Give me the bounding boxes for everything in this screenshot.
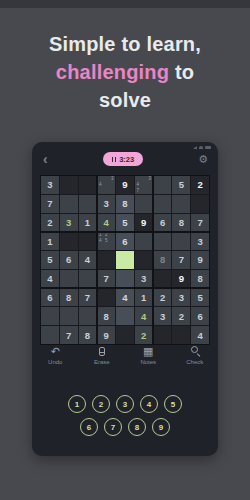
sudoku-cell-r1c9[interactable]: 2 [191, 176, 209, 194]
check-button[interactable]: Check [180, 345, 210, 365]
sudoku-cell-r2c1[interactable]: 7 [41, 195, 59, 213]
sudoku-cell-r5c5[interactable] [116, 251, 134, 269]
sudoku-cell-r5c1[interactable]: 5 [41, 251, 59, 269]
sudoku-cell-r9c3[interactable]: 8 [79, 326, 97, 344]
pencil-marks: 1245 [97, 232, 115, 250]
sudoku-cell-r9c6[interactable]: 2 [135, 326, 153, 344]
sudoku-cell-r2c2[interactable] [60, 195, 78, 213]
heading-after: to [169, 61, 194, 83]
sudoku-cell-r5c3[interactable]: 4 [79, 251, 97, 269]
sudoku-cell-r3c1[interactable]: 2 [41, 214, 59, 232]
numpad-button-7[interactable]: 7 [104, 418, 122, 436]
sudoku-cell-r3c8[interactable]: 8 [172, 214, 190, 232]
numpad-button-8[interactable]: 8 [128, 418, 146, 436]
sudoku-cell-r2c4[interactable]: 3 [97, 195, 115, 213]
sudoku-cell-r4c8[interactable] [172, 232, 190, 250]
sudoku-cell-r7c6[interactable]: 1 [135, 289, 153, 307]
sudoku-cell-r5c8[interactable]: 7 [172, 251, 190, 269]
sudoku-cell-r8c8[interactable]: 2 [172, 307, 190, 325]
sudoku-cell-r6c2[interactable] [60, 270, 78, 288]
sudoku-cell-r3c4[interactable]: 4 [97, 214, 115, 232]
sudoku-cell-r6c7[interactable] [154, 270, 172, 288]
magnifier-icon [189, 345, 201, 357]
top-bar [0, 0, 250, 8]
sudoku-cell-r1c1[interactable]: 3 [41, 176, 59, 194]
sudoku-cell-r8c3[interactable] [79, 307, 97, 325]
numpad-button-9[interactable]: 9 [152, 418, 170, 436]
sudoku-cell-r1c2[interactable] [60, 176, 78, 194]
sudoku-cell-r4c6[interactable] [135, 232, 153, 250]
sudoku-cell-r6c8[interactable]: 9 [172, 270, 190, 288]
sudoku-cell-r1c7[interactable] [154, 176, 172, 194]
sudoku-cell-r5c7[interactable]: 8 [154, 251, 172, 269]
sudoku-cell-r2c5[interactable]: 8 [116, 195, 134, 213]
sudoku-cell-r2c9[interactable] [191, 195, 209, 213]
sudoku-cell-r4c9[interactable]: 3 [191, 232, 209, 250]
sudoku-cell-r5c2[interactable]: 6 [60, 251, 78, 269]
sudoku-cell-r1c3[interactable] [79, 176, 97, 194]
sudoku-cell-r8c7[interactable]: 3 [154, 307, 172, 325]
sudoku-cell-r7c7[interactable]: 2 [154, 289, 172, 307]
sudoku-cell-r3c6[interactable]: 9 [135, 214, 153, 232]
phone-mockup: ‹ 3:23 ⚙ 3349347527382314596871124563564… [32, 142, 218, 456]
sudoku-cell-r4c1[interactable]: 1 [41, 232, 59, 250]
sudoku-cell-r2c6[interactable] [135, 195, 153, 213]
sudoku-cell-r4c5[interactable]: 6 [116, 232, 134, 250]
sudoku-cell-r8c1[interactable] [41, 307, 59, 325]
numpad-button-4[interactable]: 4 [140, 395, 158, 413]
sudoku-cell-r3c2[interactable]: 3 [60, 214, 78, 232]
numpad-row-2: 6789 [32, 418, 218, 436]
timer-value: 3:23 [119, 155, 134, 164]
sudoku-board: 3349347527382314596871124563564879473986… [40, 175, 210, 345]
heading-highlight: challenging [56, 61, 169, 83]
sudoku-cell-r1c5[interactable]: 9 [116, 176, 134, 194]
sudoku-cell-r4c2[interactable] [60, 232, 78, 250]
timer-pause-pill[interactable]: 3:23 [103, 152, 144, 166]
notes-button[interactable]: ▦ Notes [133, 345, 163, 365]
sudoku-cell-r7c3[interactable]: 7 [79, 289, 97, 307]
numpad-button-3[interactable]: 3 [116, 395, 134, 413]
toolbar: ↶ Undo Erase ▦ Notes Check [32, 345, 218, 365]
sudoku-cell-r8c5[interactable] [116, 307, 134, 325]
sudoku-cell-r5c9[interactable]: 9 [191, 251, 209, 269]
sudoku-cell-r6c6[interactable]: 3 [135, 270, 153, 288]
sudoku-cell-r1c8[interactable]: 5 [172, 176, 190, 194]
sudoku-cell-r9c2[interactable]: 7 [60, 326, 78, 344]
sudoku-cell-r5c4[interactable] [97, 251, 115, 269]
page-title: Simple to learn, challenging to solve [0, 30, 250, 114]
sudoku-cell-r2c8[interactable] [172, 195, 190, 213]
sudoku-cell-r9c4[interactable]: 9 [97, 326, 115, 344]
sudoku-cell-r4c3[interactable] [79, 232, 97, 250]
sudoku-cell-r6c5[interactable] [116, 270, 134, 288]
sudoku-cell-r8c4[interactable]: 8 [97, 307, 115, 325]
back-icon[interactable]: ‹ [43, 152, 48, 166]
sudoku-cell-r6c4[interactable]: 7 [97, 270, 115, 288]
numpad-button-1[interactable]: 1 [68, 395, 86, 413]
sudoku-cell-r2c7[interactable] [154, 195, 172, 213]
sudoku-cell-r3c3[interactable]: 1 [79, 214, 97, 232]
heading-line1: Simple to learn, [49, 33, 201, 55]
heading-line2: solve [99, 89, 151, 111]
notes-grid-icon: ▦ [143, 345, 153, 357]
sudoku-cell-r1c4[interactable]: 34 [97, 176, 115, 194]
sudoku-cell-r9c5[interactable] [116, 326, 134, 344]
numpad-button-6[interactable]: 6 [80, 418, 98, 436]
sudoku-cell-r5c6[interactable] [135, 251, 153, 269]
sudoku-cell-r4c4[interactable]: 1245 [97, 232, 115, 250]
sudoku-cell-r9c7[interactable] [154, 326, 172, 344]
undo-button[interactable]: ↶ Undo [40, 345, 70, 365]
sudoku-cell-r9c8[interactable] [172, 326, 190, 344]
pause-icon [112, 157, 117, 162]
sudoku-cell-r2c3[interactable] [79, 195, 97, 213]
promo-screenshot: Simple to learn, challenging to solve ‹ … [0, 0, 250, 500]
sudoku-cell-r1c6[interactable]: 347 [135, 176, 153, 194]
sudoku-cell-r9c1[interactable] [41, 326, 59, 344]
undo-icon: ↶ [51, 345, 60, 357]
settings-gear-icon[interactable]: ⚙ [198, 153, 208, 166]
sudoku-cell-r3c7[interactable]: 6 [154, 214, 172, 232]
pencil-marks: 347 [135, 176, 153, 194]
numpad-row-1: 12345 [32, 395, 218, 413]
sudoku-cell-r7c1[interactable]: 6 [41, 289, 59, 307]
eraser-icon [99, 345, 105, 357]
sudoku-cell-r3c9[interactable]: 7 [191, 214, 209, 232]
sudoku-cell-r6c9[interactable]: 8 [191, 270, 209, 288]
sudoku-cell-r9c9[interactable]: 4 [191, 326, 209, 344]
sudoku-cell-r7c5[interactable]: 4 [116, 289, 134, 307]
app-bar: ‹ 3:23 ⚙ [32, 149, 218, 169]
pencil-marks: 34 [97, 176, 115, 194]
sudoku-cell-r7c8[interactable]: 3 [172, 289, 190, 307]
sudoku-cell-r3c5[interactable]: 5 [116, 214, 134, 232]
sudoku-cell-r8c9[interactable]: 6 [191, 307, 209, 325]
erase-button[interactable]: Erase [87, 345, 117, 365]
sudoku-cell-r7c9[interactable]: 5 [191, 289, 209, 307]
sudoku-cell-r8c6[interactable]: 4 [135, 307, 153, 325]
sudoku-cell-r4c7[interactable] [154, 232, 172, 250]
sudoku-cell-r8c2[interactable] [60, 307, 78, 325]
numpad-button-5[interactable]: 5 [164, 395, 182, 413]
sudoku-cell-r7c2[interactable]: 8 [60, 289, 78, 307]
numpad-button-2[interactable]: 2 [92, 395, 110, 413]
sudoku-cell-r6c3[interactable] [79, 270, 97, 288]
sudoku-cell-r7c4[interactable] [97, 289, 115, 307]
sudoku-cell-r6c1[interactable]: 4 [41, 270, 59, 288]
